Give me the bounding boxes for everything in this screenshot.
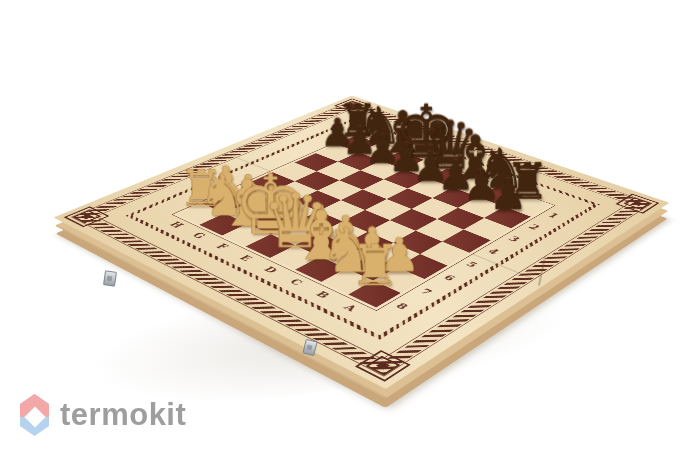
watermark-logo: termokit (20, 394, 186, 436)
brand-name: termokit (60, 397, 186, 433)
white-rook-a1: ♜ (356, 201, 393, 292)
hexagon-box-icon (20, 394, 49, 436)
black-pawn-a7: ♟ (491, 135, 524, 216)
product-photo-chess-set: HGFEDCBA87654321♜♟♞♟♝♟♚♟♛♟♝♟♟♞♜♟♟♜♞♟♟♝♟♚… (0, 0, 692, 461)
metal-clasp (103, 270, 117, 287)
